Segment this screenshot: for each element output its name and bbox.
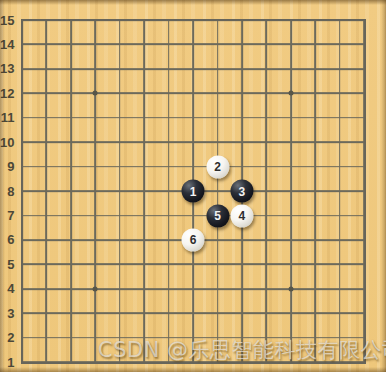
board-cell[interactable] — [279, 301, 303, 325]
board-cell[interactable] — [254, 252, 278, 276]
board-cell[interactable] — [279, 203, 303, 227]
board-cell[interactable] — [181, 32, 205, 56]
board-cell[interactable] — [132, 32, 156, 56]
board-cell[interactable] — [352, 8, 376, 32]
board-cell[interactable] — [132, 277, 156, 301]
board-cell[interactable] — [303, 32, 327, 56]
board-cell[interactable] — [34, 325, 58, 349]
board-cell[interactable] — [83, 301, 107, 325]
board-cell[interactable] — [108, 8, 132, 32]
board-cell[interactable] — [254, 57, 278, 81]
board-cell[interactable] — [156, 203, 180, 227]
board-cell[interactable] — [59, 130, 83, 154]
board-cell[interactable] — [156, 277, 180, 301]
board-cell[interactable] — [303, 8, 327, 32]
board-cell[interactable] — [59, 350, 83, 372]
board-cell[interactable] — [352, 252, 376, 276]
board-cell[interactable] — [59, 301, 83, 325]
board-cell[interactable] — [156, 57, 180, 81]
board-cell[interactable] — [205, 301, 229, 325]
board-cell[interactable] — [132, 154, 156, 178]
board-cell[interactable] — [327, 228, 351, 252]
board-cell[interactable] — [230, 81, 254, 105]
board-cell[interactable] — [34, 277, 58, 301]
board-cell[interactable] — [83, 252, 107, 276]
board-cell[interactable] — [327, 154, 351, 178]
board-cell[interactable] — [327, 203, 351, 227]
board-cell[interactable] — [59, 106, 83, 130]
stone-black-1: 1 — [182, 180, 205, 203]
board-cell[interactable] — [108, 130, 132, 154]
board-cell[interactable] — [303, 252, 327, 276]
board-cell[interactable] — [132, 203, 156, 227]
board-cell[interactable] — [34, 57, 58, 81]
board-cell[interactable] — [230, 277, 254, 301]
board-cell[interactable] — [254, 228, 278, 252]
board-cell[interactable] — [181, 57, 205, 81]
board-cell[interactable] — [156, 106, 180, 130]
board-cell[interactable] — [132, 106, 156, 130]
board-cell[interactable] — [279, 228, 303, 252]
board-cell[interactable] — [132, 81, 156, 105]
board-cell[interactable] — [230, 252, 254, 276]
row-label: 5 — [0, 252, 16, 276]
board-cell[interactable] — [303, 203, 327, 227]
board-cell[interactable] — [181, 277, 205, 301]
board-cell[interactable] — [352, 203, 376, 227]
board-cell[interactable] — [156, 130, 180, 154]
board-cell[interactable] — [327, 106, 351, 130]
row-label: 11 — [0, 106, 16, 130]
board-cell[interactable] — [352, 277, 376, 301]
board-cell[interactable] — [352, 130, 376, 154]
board-cell[interactable] — [303, 301, 327, 325]
board-cell[interactable] — [108, 179, 132, 203]
board-cell[interactable] — [83, 154, 107, 178]
board-cell[interactable] — [108, 81, 132, 105]
board-cell[interactable] — [83, 130, 107, 154]
board-cell[interactable] — [327, 301, 351, 325]
board-cell[interactable] — [230, 154, 254, 178]
board-cell[interactable] — [254, 106, 278, 130]
board-cell[interactable] — [108, 154, 132, 178]
board-grid: 213546 — [10, 8, 377, 372]
row-label: 13 — [0, 57, 16, 81]
board-cell[interactable] — [254, 32, 278, 56]
board-cell[interactable] — [303, 57, 327, 81]
board-cell[interactable] — [352, 179, 376, 203]
star-point — [288, 91, 293, 96]
board-cell[interactable] — [156, 154, 180, 178]
board-cell[interactable] — [132, 130, 156, 154]
board-cell[interactable] — [156, 32, 180, 56]
board-cell[interactable] — [230, 57, 254, 81]
board-cell[interactable] — [34, 301, 58, 325]
board-cell[interactable] — [132, 179, 156, 203]
board-cell[interactable] — [83, 57, 107, 81]
board-cell[interactable] — [303, 228, 327, 252]
row-label: 1 — [0, 350, 16, 372]
board-cell[interactable] — [59, 8, 83, 32]
board-cell[interactable] — [181, 130, 205, 154]
board-cell[interactable] — [352, 228, 376, 252]
board-cell[interactable] — [205, 57, 229, 81]
board-cell[interactable] — [34, 228, 58, 252]
board-cell[interactable] — [132, 228, 156, 252]
board-cell[interactable] — [279, 154, 303, 178]
board-cell[interactable] — [230, 130, 254, 154]
board-cell[interactable] — [34, 252, 58, 276]
board-cell[interactable] — [254, 130, 278, 154]
board-cell[interactable] — [108, 277, 132, 301]
board-cell[interactable] — [156, 8, 180, 32]
board-cell[interactable] — [327, 81, 351, 105]
row-label: 6 — [0, 228, 16, 252]
board-cell[interactable] — [132, 57, 156, 81]
board-cell[interactable] — [59, 57, 83, 81]
board-cell[interactable] — [352, 57, 376, 81]
board-cell[interactable] — [156, 228, 180, 252]
row-label: 8 — [0, 179, 16, 203]
board-cell[interactable] — [59, 228, 83, 252]
board-cell[interactable] — [132, 252, 156, 276]
board-cell[interactable] — [59, 81, 83, 105]
board-cell[interactable] — [327, 252, 351, 276]
watermark: CSDN @乐思智能科技有限公司 — [98, 336, 386, 364]
stone-black-3: 3 — [230, 180, 253, 203]
board-cell[interactable] — [303, 81, 327, 105]
board-cell[interactable] — [352, 154, 376, 178]
board-cell[interactable]: 2 — [205, 154, 229, 178]
board-cell[interactable] — [254, 277, 278, 301]
board-cell[interactable] — [279, 8, 303, 32]
board-cell[interactable] — [279, 106, 303, 130]
stone-white-6: 6 — [182, 228, 205, 251]
board-cell[interactable] — [108, 57, 132, 81]
board-cell[interactable] — [181, 301, 205, 325]
board-cell[interactable] — [205, 8, 229, 32]
board-cell[interactable] — [34, 130, 58, 154]
board-cell[interactable] — [108, 106, 132, 130]
row-labels: 151413121110987654321 — [0, 8, 16, 372]
board-cell[interactable] — [279, 277, 303, 301]
board-cell[interactable] — [181, 154, 205, 178]
star-point — [93, 286, 98, 291]
board-cell[interactable] — [254, 81, 278, 105]
board-cell[interactable] — [205, 106, 229, 130]
board-cell[interactable] — [108, 301, 132, 325]
board-cell[interactable] — [108, 252, 132, 276]
board-cell[interactable] — [254, 301, 278, 325]
board-cell[interactable] — [156, 252, 180, 276]
stone-white-2: 2 — [206, 155, 229, 178]
board-cell[interactable] — [352, 106, 376, 130]
board-cell[interactable] — [181, 252, 205, 276]
board-cell[interactable] — [303, 277, 327, 301]
board-cell[interactable] — [132, 301, 156, 325]
board-cell[interactable] — [83, 32, 107, 56]
board-cell[interactable] — [59, 325, 83, 349]
board-cell[interactable] — [230, 228, 254, 252]
board-cell[interactable]: 3 — [230, 179, 254, 203]
board-cell[interactable] — [181, 8, 205, 32]
board-cell[interactable] — [34, 8, 58, 32]
board-cell[interactable] — [83, 8, 107, 32]
row-label: 9 — [0, 154, 16, 178]
board-cell[interactable] — [352, 32, 376, 56]
board-cell[interactable] — [108, 203, 132, 227]
board-cell[interactable] — [230, 106, 254, 130]
board-cell[interactable] — [181, 203, 205, 227]
board-cell[interactable] — [205, 277, 229, 301]
board-cell[interactable] — [83, 277, 107, 301]
board-cell[interactable]: 5 — [205, 203, 229, 227]
board-cell[interactable] — [181, 81, 205, 105]
board-cell[interactable] — [108, 228, 132, 252]
board-cell[interactable]: 6 — [181, 228, 205, 252]
board-cell[interactable] — [230, 8, 254, 32]
board-cell[interactable] — [327, 32, 351, 56]
row-label: 10 — [0, 130, 16, 154]
board-cell[interactable] — [83, 228, 107, 252]
row-label: 3 — [0, 301, 16, 325]
board-cell[interactable] — [327, 57, 351, 81]
board-cell[interactable] — [205, 81, 229, 105]
stone-black-5: 5 — [206, 204, 229, 227]
board-cell[interactable] — [34, 179, 58, 203]
board-cell[interactable] — [108, 32, 132, 56]
board-cell[interactable] — [205, 252, 229, 276]
board-cell[interactable] — [205, 130, 229, 154]
board-cell[interactable] — [34, 106, 58, 130]
star-point — [288, 286, 293, 291]
board-cell[interactable] — [156, 81, 180, 105]
board-cell[interactable] — [230, 32, 254, 56]
board-cell[interactable] — [327, 130, 351, 154]
board-cell[interactable] — [254, 8, 278, 32]
board-cell[interactable] — [279, 179, 303, 203]
board-cell[interactable] — [279, 81, 303, 105]
board-cell[interactable] — [59, 252, 83, 276]
board-cell[interactable] — [205, 32, 229, 56]
board-cell[interactable] — [83, 106, 107, 130]
board-cell[interactable] — [34, 32, 58, 56]
board-cell[interactable] — [83, 81, 107, 105]
board-cell[interactable] — [279, 57, 303, 81]
board-cell[interactable] — [230, 301, 254, 325]
gomoku-board: 151413121110987654321 213546 CSDN @乐思智能科… — [0, 0, 386, 372]
board-cell[interactable] — [59, 32, 83, 56]
board-cell[interactable]: 4 — [230, 203, 254, 227]
board-cell[interactable] — [132, 8, 156, 32]
board-cell[interactable] — [254, 154, 278, 178]
row-label: 4 — [0, 277, 16, 301]
row-label: 15 — [0, 8, 16, 32]
board-cell[interactable] — [156, 179, 180, 203]
board-cell[interactable] — [156, 301, 180, 325]
board-cell[interactable] — [279, 252, 303, 276]
board-cell[interactable] — [34, 203, 58, 227]
board-cell[interactable] — [303, 179, 327, 203]
row-label: 7 — [0, 203, 16, 227]
board-cell[interactable] — [59, 277, 83, 301]
board-cell[interactable] — [59, 203, 83, 227]
board-cell[interactable] — [83, 179, 107, 203]
board-cell[interactable] — [205, 228, 229, 252]
row-label: 12 — [0, 81, 16, 105]
board-cell[interactable] — [59, 154, 83, 178]
board-cell[interactable] — [59, 179, 83, 203]
board-cell[interactable] — [181, 106, 205, 130]
stone-white-4: 4 — [230, 204, 253, 227]
board-cell[interactable] — [352, 301, 376, 325]
board-cell[interactable] — [327, 277, 351, 301]
star-point — [93, 91, 98, 96]
board-cell[interactable] — [303, 154, 327, 178]
board-cell[interactable] — [327, 179, 351, 203]
board-cell[interactable] — [34, 154, 58, 178]
board-cell[interactable] — [34, 350, 58, 372]
board-cell[interactable] — [303, 130, 327, 154]
board-cell[interactable]: 1 — [181, 179, 205, 203]
board-cell[interactable] — [279, 32, 303, 56]
board-cell[interactable] — [327, 8, 351, 32]
row-label: 2 — [0, 325, 16, 349]
board-cell[interactable] — [303, 106, 327, 130]
board-cell[interactable] — [34, 81, 58, 105]
board-cell[interactable] — [83, 203, 107, 227]
board-cell[interactable] — [279, 130, 303, 154]
board-cell[interactable] — [205, 179, 229, 203]
board-cell[interactable] — [352, 81, 376, 105]
row-label: 14 — [0, 32, 16, 56]
board-cell[interactable] — [254, 203, 278, 227]
board-cell[interactable] — [254, 179, 278, 203]
